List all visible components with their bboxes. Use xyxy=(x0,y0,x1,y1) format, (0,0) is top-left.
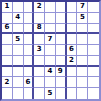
cell-r4c4-empty[interactable] xyxy=(34,34,45,45)
cell-r7c2-empty[interactable] xyxy=(13,67,24,78)
cell-r1c3-empty[interactable] xyxy=(24,2,35,13)
cell-r6c2-empty[interactable] xyxy=(13,56,24,67)
cell-r9c3-empty[interactable] xyxy=(24,88,35,99)
cell-r1c8-given: 7 xyxy=(77,2,88,13)
sudoku-board: 12745685736249265 xyxy=(0,0,101,101)
cell-r9c6-empty[interactable] xyxy=(56,88,67,99)
cell-r6c3-empty[interactable] xyxy=(24,56,35,67)
cell-r5c5-empty[interactable] xyxy=(45,45,56,56)
cell-r1c7-empty[interactable] xyxy=(67,2,78,13)
cell-r1c2-empty[interactable] xyxy=(13,2,24,13)
cell-r3c6-empty[interactable] xyxy=(56,24,67,35)
cell-r1c9-empty[interactable] xyxy=(88,2,99,13)
cell-r6c6-empty[interactable] xyxy=(56,56,67,67)
cell-r6c9-empty[interactable] xyxy=(88,56,99,67)
cell-r5c2-empty[interactable] xyxy=(13,45,24,56)
cell-r9c7-empty[interactable] xyxy=(67,88,78,99)
cell-r8c5-empty[interactable] xyxy=(45,77,56,88)
cell-r6c4-empty[interactable] xyxy=(34,56,45,67)
cell-r5c7-given: 6 xyxy=(67,45,78,56)
cell-r7c5-given: 4 xyxy=(45,67,56,78)
cell-r5c6-empty[interactable] xyxy=(56,45,67,56)
cell-r8c8-empty[interactable] xyxy=(77,77,88,88)
cell-r6c8-empty[interactable] xyxy=(77,56,88,67)
cell-r7c9-empty[interactable] xyxy=(88,67,99,78)
cell-r8c9-empty[interactable] xyxy=(88,77,99,88)
cell-r8c2-empty[interactable] xyxy=(13,77,24,88)
cell-r5c8-empty[interactable] xyxy=(77,45,88,56)
cell-r4c6-empty[interactable] xyxy=(56,34,67,45)
cell-r3c2-empty[interactable] xyxy=(13,24,24,35)
cell-r5c9-empty[interactable] xyxy=(88,45,99,56)
cell-r3c8-empty[interactable] xyxy=(77,24,88,35)
cell-r4c5-given: 7 xyxy=(45,34,56,45)
cell-r6c1-empty[interactable] xyxy=(2,56,13,67)
cell-r2c1-empty[interactable] xyxy=(2,13,13,24)
cell-r1c1-given: 1 xyxy=(2,2,13,13)
cell-r2c3-empty[interactable] xyxy=(24,13,35,24)
cell-r8c4-empty[interactable] xyxy=(34,77,45,88)
cell-r2c5-empty[interactable] xyxy=(45,13,56,24)
cell-r2c2-given: 4 xyxy=(13,13,24,24)
cell-r9c4-empty[interactable] xyxy=(34,88,45,99)
cell-r2c6-empty[interactable] xyxy=(56,13,67,24)
cell-r8c3-given: 6 xyxy=(24,77,35,88)
cell-r7c6-given: 9 xyxy=(56,67,67,78)
cell-r5c3-empty[interactable] xyxy=(24,45,35,56)
cell-r7c8-empty[interactable] xyxy=(77,67,88,78)
cell-r4c2-given: 5 xyxy=(13,34,24,45)
cell-r3c1-given: 6 xyxy=(2,24,13,35)
cell-r7c3-empty[interactable] xyxy=(24,67,35,78)
cell-r3c4-given: 8 xyxy=(34,24,45,35)
cell-r1c6-empty[interactable] xyxy=(56,2,67,13)
cell-r5c4-given: 3 xyxy=(34,45,45,56)
cell-r9c2-empty[interactable] xyxy=(13,88,24,99)
cell-r7c7-empty[interactable] xyxy=(67,67,78,78)
cell-r6c7-given: 2 xyxy=(67,56,78,67)
cell-r2c8-given: 5 xyxy=(77,13,88,24)
cell-r2c7-empty[interactable] xyxy=(67,13,78,24)
cell-r4c8-empty[interactable] xyxy=(77,34,88,45)
cell-r1c5-empty[interactable] xyxy=(45,2,56,13)
cell-r2c4-empty[interactable] xyxy=(34,13,45,24)
cell-r8c7-empty[interactable] xyxy=(67,77,78,88)
cell-r3c9-empty[interactable] xyxy=(88,24,99,35)
cell-r7c4-empty[interactable] xyxy=(34,67,45,78)
cell-r8c6-empty[interactable] xyxy=(56,77,67,88)
cell-r2c9-empty[interactable] xyxy=(88,13,99,24)
cell-r3c3-empty[interactable] xyxy=(24,24,35,35)
cell-r3c5-empty[interactable] xyxy=(45,24,56,35)
cell-r7c1-empty[interactable] xyxy=(2,67,13,78)
cell-r3c7-empty[interactable] xyxy=(67,24,78,35)
cell-r9c9-empty[interactable] xyxy=(88,88,99,99)
cell-r9c1-empty[interactable] xyxy=(2,88,13,99)
cell-r9c8-empty[interactable] xyxy=(77,88,88,99)
cell-r8c1-given: 2 xyxy=(2,77,13,88)
cell-r4c9-empty[interactable] xyxy=(88,34,99,45)
cell-r4c3-empty[interactable] xyxy=(24,34,35,45)
cell-r5c1-empty[interactable] xyxy=(2,45,13,56)
cell-r9c5-given: 5 xyxy=(45,88,56,99)
cell-r4c1-empty[interactable] xyxy=(2,34,13,45)
cell-r4c7-empty[interactable] xyxy=(67,34,78,45)
cell-r1c4-given: 2 xyxy=(34,2,45,13)
cell-r6c5-empty[interactable] xyxy=(45,56,56,67)
